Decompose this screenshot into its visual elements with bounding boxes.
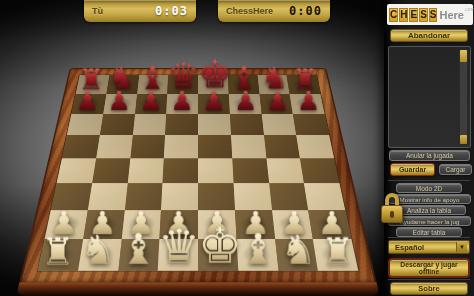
square-d5[interactable]: [164, 135, 198, 158]
red-pawn[interactable]: ♟: [166, 88, 198, 113]
logo-letter-tile: S: [419, 8, 428, 22]
red-pawn[interactable]: ♟: [293, 88, 325, 113]
white-rook[interactable]: ♜: [38, 235, 78, 270]
square-e6[interactable]: [198, 114, 231, 135]
red-pawn[interactable]: ♟: [230, 88, 262, 113]
save-button[interactable]: Guardar: [390, 163, 435, 176]
square-h6[interactable]: [293, 114, 329, 135]
square-d6[interactable]: [165, 114, 198, 135]
square-h1[interactable]: ♜: [313, 239, 358, 271]
square-g1[interactable]: ♞: [275, 239, 318, 271]
lock-keyhole: [390, 211, 394, 218]
about-button[interactable]: Sobre: [390, 282, 468, 295]
white-king[interactable]: ♚: [198, 223, 238, 270]
red-pawn[interactable]: ♟: [103, 88, 135, 113]
square-f4[interactable]: [232, 158, 269, 183]
square-b4[interactable]: [92, 158, 130, 183]
chess-app: Tù 0:03 ChessHere 0:00 ♜♞♝♛♚♝♞♜♟♟♟♟♟♟♟♟♟…: [0, 0, 474, 296]
board-area: ♜♞♝♛♚♝♞♜♟♟♟♟♟♟♟♟♟♟♟♟♟♟♟♟♜♞♝♛♚♝♞♜: [10, 34, 386, 290]
logo-tld: .com: [464, 6, 474, 12]
square-f6[interactable]: [230, 114, 264, 135]
language-select[interactable]: Español ▼: [388, 240, 470, 254]
chess-board[interactable]: ♜♞♝♛♚♝♞♜♟♟♟♟♟♟♟♟♟♟♟♟♟♟♟♟♜♞♝♛♚♝♞♜: [19, 68, 377, 284]
red-pawn[interactable]: ♟: [72, 88, 104, 113]
divider: [388, 279, 470, 280]
square-e5[interactable]: [198, 135, 232, 158]
square-f7[interactable]: ♟: [229, 94, 262, 114]
square-d4[interactable]: [163, 158, 198, 183]
load-button[interactable]: Cargar: [439, 164, 472, 175]
square-a1[interactable]: ♜: [38, 239, 83, 271]
divider: [388, 237, 470, 238]
white-knight[interactable]: ♞: [78, 232, 118, 270]
chesshere-logo: C H E S S Here .com: [387, 4, 473, 25]
logo-letter-tile: S: [429, 8, 438, 22]
square-c6[interactable]: [132, 114, 166, 135]
square-h7[interactable]: ♟: [290, 94, 325, 114]
white-rook[interactable]: ♜: [318, 235, 358, 270]
red-pawn[interactable]: ♟: [198, 88, 230, 113]
square-b7[interactable]: ♟: [103, 94, 137, 114]
square-c4[interactable]: [127, 158, 164, 183]
square-c5[interactable]: [130, 135, 165, 158]
player-time: 0:03: [155, 4, 188, 18]
mode-2d-button[interactable]: Modo 2D: [396, 183, 462, 193]
square-b6[interactable]: [100, 114, 135, 135]
square-f5[interactable]: [231, 135, 266, 158]
white-queen[interactable]: ♛: [158, 225, 198, 270]
scrollbar-down-button[interactable]: [460, 135, 467, 144]
lock-icon: [381, 193, 405, 225]
square-b1[interactable]: ♞: [78, 239, 121, 271]
scrollbar[interactable]: [459, 49, 468, 145]
square-d7[interactable]: ♟: [166, 94, 198, 114]
divider: [388, 180, 470, 181]
square-f1[interactable]: ♝: [236, 239, 278, 271]
player-clock: Tù 0:03: [84, 0, 196, 22]
square-g7[interactable]: ♟: [259, 94, 293, 114]
board-front-edge: [16, 282, 380, 296]
chevron-down-icon: ▼: [456, 242, 467, 252]
red-pawn[interactable]: ♟: [135, 88, 167, 113]
opponent-name: ChessHere: [226, 6, 273, 16]
square-c1[interactable]: ♝: [118, 239, 160, 271]
logo-letter-tile: C: [389, 8, 398, 22]
opponent-clock: ChessHere 0:00: [218, 0, 330, 22]
square-a7[interactable]: ♟: [71, 94, 106, 114]
white-knight[interactable]: ♞: [278, 232, 318, 270]
undo-move-button[interactable]: Anular la jugada: [389, 150, 470, 161]
white-bishop[interactable]: ♝: [118, 230, 158, 270]
language-value: Español: [395, 243, 424, 252]
download-offline-button[interactable]: Descargar y jugar offline: [388, 258, 470, 278]
abandon-button[interactable]: Abandonar: [390, 29, 468, 42]
square-a4[interactable]: [57, 158, 96, 183]
square-a6[interactable]: [67, 114, 103, 135]
logo-letter-tile: E: [409, 8, 418, 22]
square-e1[interactable]: ♚: [198, 239, 238, 271]
chess-board-grid[interactable]: ♜♞♝♛♚♝♞♜♟♟♟♟♟♟♟♟♟♟♟♟♟♟♟♟♜♞♝♛♚♝♞♜: [37, 75, 360, 272]
logo-letter-tile: H: [399, 8, 408, 22]
move-list-panel[interactable]: [388, 46, 471, 148]
square-a5[interactable]: [62, 135, 100, 158]
square-g6[interactable]: [261, 114, 296, 135]
white-bishop[interactable]: ♝: [238, 230, 278, 270]
square-h4[interactable]: [300, 158, 339, 183]
square-e7[interactable]: ♟: [198, 94, 230, 114]
edit-board-button[interactable]: Editar tabla: [396, 227, 462, 237]
opponent-time: 0:00: [289, 4, 322, 18]
square-g4[interactable]: [266, 158, 304, 183]
square-c7[interactable]: ♟: [135, 94, 168, 114]
square-g5[interactable]: [264, 135, 300, 158]
square-d1[interactable]: ♛: [158, 239, 198, 271]
red-pawn[interactable]: ♟: [261, 88, 293, 113]
player-name: Tù: [92, 6, 103, 16]
sidebar: C H E S S Here .com Abandonar Anular la …: [384, 0, 474, 296]
scrollbar-thumb[interactable]: [460, 50, 467, 62]
square-h5[interactable]: [296, 135, 334, 158]
square-b5[interactable]: [96, 135, 132, 158]
square-e4[interactable]: [198, 158, 233, 183]
logo-suffix: Here: [439, 9, 463, 21]
